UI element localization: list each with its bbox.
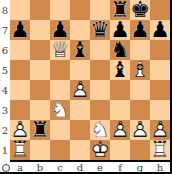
rank-label-5: 5 <box>0 60 10 80</box>
square-g7[interactable]: ♟ <box>130 20 150 40</box>
file-labels: abcdefgh <box>10 162 170 173</box>
square-e4[interactable] <box>90 80 110 100</box>
square-g4[interactable] <box>130 80 150 100</box>
rank-labels: 87654321 <box>0 0 10 160</box>
square-a7[interactable]: ♟ <box>10 20 30 40</box>
rank-label-8: 8 <box>0 0 10 20</box>
file-label-b: b <box>30 162 50 173</box>
square-g2[interactable]: ♟♙ <box>130 120 150 140</box>
square-b4[interactable] <box>30 80 50 100</box>
file-label-h: h <box>150 162 170 173</box>
square-h7[interactable]: ♟ <box>150 20 170 40</box>
square-c1[interactable] <box>50 140 70 160</box>
square-h4[interactable] <box>150 80 170 100</box>
rank-label-3: 3 <box>0 100 10 120</box>
square-e1[interactable]: ♚♔ <box>90 140 110 160</box>
square-g5[interactable]: ♝♗ <box>130 60 150 80</box>
white-rook-icon: ♜♖ <box>150 140 170 160</box>
square-g1[interactable] <box>130 140 150 160</box>
square-b1[interactable] <box>30 140 50 160</box>
square-h5[interactable] <box>150 60 170 80</box>
square-a5[interactable] <box>10 60 30 80</box>
square-d3[interactable] <box>70 100 90 120</box>
white-to-move-indicator <box>2 164 10 172</box>
square-b6[interactable] <box>30 40 50 60</box>
file-label-c: c <box>50 162 70 173</box>
rank-label-7: 7 <box>0 20 10 40</box>
file-label-e: e <box>90 162 110 173</box>
square-f4[interactable] <box>110 80 130 100</box>
file-label-f: f <box>110 162 130 173</box>
square-d8[interactable] <box>70 0 90 20</box>
black-pawn-icon: ♟ <box>10 20 30 40</box>
white-pawn-icon: ♟♙ <box>110 120 130 140</box>
square-b2[interactable]: ♜ <box>30 120 50 140</box>
square-f2[interactable]: ♟♙ <box>110 120 130 140</box>
square-f5[interactable]: ♝ <box>110 60 130 80</box>
file-label-d: d <box>70 162 90 173</box>
square-c6[interactable]: ♛♕ <box>50 40 70 60</box>
square-d4[interactable]: ♟♙ <box>70 80 90 100</box>
white-king-icon: ♚♔ <box>90 140 110 160</box>
square-a4[interactable] <box>10 80 30 100</box>
square-b5[interactable] <box>30 60 50 80</box>
rank-label-6: 6 <box>0 40 10 60</box>
chess-board: ♜♚♟♟♛♟♟♟♛♕♝♞♝♝♗♟♙♞♘♟♙♜♞♘♟♙♟♙♟♙♜♖♚♔♜♖ <box>10 0 170 162</box>
rank-label-2: 2 <box>0 120 10 140</box>
square-e6[interactable] <box>90 40 110 60</box>
white-rook-icon: ♜♖ <box>10 140 30 160</box>
white-queen-icon: ♛♕ <box>50 40 70 60</box>
black-queen-icon: ♛ <box>90 20 110 40</box>
square-b8[interactable] <box>30 0 50 20</box>
black-rook-icon: ♜ <box>30 120 50 140</box>
black-pawn-icon: ♟ <box>150 20 170 40</box>
white-pawn-icon: ♟♙ <box>130 120 150 140</box>
square-a6[interactable] <box>10 40 30 60</box>
square-h6[interactable] <box>150 40 170 60</box>
rank-label-4: 4 <box>0 80 10 100</box>
square-d2[interactable] <box>70 120 90 140</box>
rank-label-1: 1 <box>0 140 10 160</box>
file-label-g: g <box>130 162 150 173</box>
square-c2[interactable] <box>50 120 70 140</box>
square-e5[interactable] <box>90 60 110 80</box>
square-d6[interactable]: ♝ <box>70 40 90 60</box>
black-pawn-icon: ♟ <box>130 20 150 40</box>
square-e7[interactable]: ♛ <box>90 20 110 40</box>
square-b7[interactable] <box>30 20 50 40</box>
square-a1[interactable]: ♜♖ <box>10 140 30 160</box>
black-bishop-icon: ♝ <box>110 60 130 80</box>
chess-diagram: 87654321 ♜♚♟♟♛♟♟♟♛♕♝♞♝♝♗♟♙♞♘♟♙♜♞♘♟♙♟♙♟♙♜… <box>0 0 172 174</box>
square-c5[interactable] <box>50 60 70 80</box>
square-f1[interactable] <box>110 140 130 160</box>
square-c3[interactable]: ♞♘ <box>50 100 70 120</box>
white-knight-icon: ♞♘ <box>50 100 70 120</box>
square-d1[interactable] <box>70 140 90 160</box>
black-bishop-icon: ♝ <box>70 40 90 60</box>
white-pawn-icon: ♟♙ <box>70 80 90 100</box>
square-h1[interactable]: ♜♖ <box>150 140 170 160</box>
white-bishop-icon: ♝♗ <box>130 60 150 80</box>
file-label-a: a <box>10 162 30 173</box>
